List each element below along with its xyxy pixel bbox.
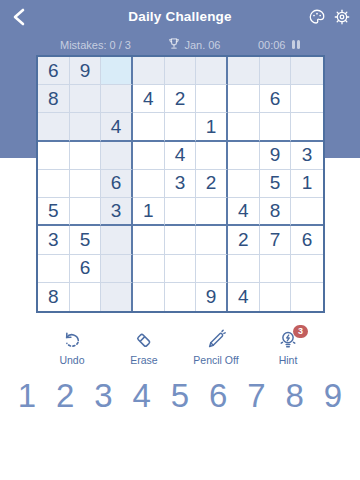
- settings-button[interactable]: [333, 8, 351, 26]
- cell-r9c6[interactable]: 9: [196, 283, 228, 311]
- cell-r1c1[interactable]: 6: [38, 57, 70, 85]
- cell-r6c6[interactable]: [196, 198, 228, 226]
- numpad-7[interactable]: 7: [240, 376, 274, 416]
- cell-r7c1[interactable]: 3: [38, 226, 70, 254]
- cell-r1c9[interactable]: [291, 57, 323, 85]
- cell-r5c1[interactable]: [38, 170, 70, 198]
- cell-r9c5[interactable]: [165, 283, 197, 311]
- page-title: Daily Challenge: [0, 9, 360, 24]
- cell-r8c9[interactable]: [291, 255, 323, 283]
- mistakes-counter: Mistakes: 0 / 3: [60, 39, 131, 51]
- cell-r4c5[interactable]: 4: [165, 142, 197, 170]
- cell-r6c1[interactable]: 5: [38, 198, 70, 226]
- cell-r8c3[interactable]: [101, 255, 133, 283]
- sudoku-board: 698426414936325153148352766894: [36, 55, 325, 313]
- cell-r5c5[interactable]: 3: [165, 170, 197, 198]
- cell-r1c6[interactable]: [196, 57, 228, 85]
- cell-r1c7[interactable]: [228, 57, 260, 85]
- cell-r7c9[interactable]: 6: [291, 226, 323, 254]
- numpad-3[interactable]: 3: [87, 376, 121, 416]
- cell-r8c5[interactable]: [165, 255, 197, 283]
- cell-r2c8[interactable]: 6: [260, 85, 292, 113]
- cell-r3c3[interactable]: 4: [101, 113, 133, 141]
- cell-r1c5[interactable]: [165, 57, 197, 85]
- cell-r4c4[interactable]: [133, 142, 165, 170]
- cell-r9c9[interactable]: [291, 283, 323, 311]
- cell-r5c2[interactable]: [70, 170, 102, 198]
- pencil-icon: [205, 329, 227, 351]
- numpad: 123456789: [0, 376, 360, 416]
- timer-group: 00:06: [258, 39, 300, 51]
- numpad-8[interactable]: 8: [278, 376, 312, 416]
- cell-r3c9[interactable]: [291, 113, 323, 141]
- palette-icon: [308, 12, 326, 29]
- status-row: Mistakes: 0 / 3 Jan. 06 00:06: [60, 37, 300, 52]
- cell-r8c8[interactable]: [260, 255, 292, 283]
- undo-icon: [61, 329, 83, 351]
- cell-r2c9[interactable]: [291, 85, 323, 113]
- cell-r8c7[interactable]: [228, 255, 260, 283]
- theme-button[interactable]: [308, 8, 326, 26]
- cell-r3c7[interactable]: [228, 113, 260, 141]
- cell-r2c7[interactable]: [228, 85, 260, 113]
- hint-count-badge: 3: [293, 325, 308, 338]
- cell-r2c6[interactable]: [196, 85, 228, 113]
- cell-r8c2[interactable]: 6: [70, 255, 102, 283]
- cell-r9c3[interactable]: [101, 283, 133, 311]
- cell-r4c7[interactable]: [228, 142, 260, 170]
- numpad-2[interactable]: 2: [48, 376, 82, 416]
- trophy-icon: [168, 37, 180, 52]
- numpad-6[interactable]: 6: [201, 376, 235, 416]
- cell-r1c3[interactable]: [101, 57, 133, 85]
- cell-r7c7[interactable]: 2: [228, 226, 260, 254]
- toolbar: Undo Erase Pencil Off: [36, 329, 324, 369]
- top-bar: Daily Challenge: [0, 0, 360, 32]
- pause-button[interactable]: [292, 40, 300, 49]
- cell-r3c2[interactable]: [70, 113, 102, 141]
- cell-r7c6[interactable]: [196, 226, 228, 254]
- pencil-toggle-button[interactable]: Pencil Off: [180, 329, 252, 369]
- cell-r3c4[interactable]: [133, 113, 165, 141]
- cell-r6c2[interactable]: [70, 198, 102, 226]
- cell-r5c4[interactable]: [133, 170, 165, 198]
- cell-r6c5[interactable]: [165, 198, 197, 226]
- cell-r3c8[interactable]: [260, 113, 292, 141]
- cell-r1c4[interactable]: [133, 57, 165, 85]
- daily-date: Jan. 06: [168, 37, 220, 52]
- eraser-icon: [133, 329, 155, 351]
- cell-r9c7[interactable]: 4: [228, 283, 260, 311]
- cell-r6c7[interactable]: 4: [228, 198, 260, 226]
- cell-r2c3[interactable]: [101, 85, 133, 113]
- cell-r6c4[interactable]: 1: [133, 198, 165, 226]
- cell-r8c6[interactable]: [196, 255, 228, 283]
- cell-r4c3[interactable]: [101, 142, 133, 170]
- date-label: Jan. 06: [184, 39, 220, 51]
- cell-r4c1[interactable]: [38, 142, 70, 170]
- cell-r1c2[interactable]: 9: [70, 57, 102, 85]
- cell-r8c1[interactable]: [38, 255, 70, 283]
- numpad-5[interactable]: 5: [163, 376, 197, 416]
- cell-r2c2[interactable]: [70, 85, 102, 113]
- mistakes-label: Mistakes: 0 / 3: [60, 39, 131, 51]
- undo-button[interactable]: Undo: [36, 329, 108, 369]
- hint-label: Hint: [279, 354, 298, 366]
- hint-button[interactable]: 3 Hint: [252, 329, 324, 369]
- numpad-4[interactable]: 4: [125, 376, 159, 416]
- cell-r4c6[interactable]: [196, 142, 228, 170]
- cell-r9c8[interactable]: [260, 283, 292, 311]
- cell-r6c9[interactable]: [291, 198, 323, 226]
- cell-r4c2[interactable]: [70, 142, 102, 170]
- cell-r5c6[interactable]: 2: [196, 170, 228, 198]
- cell-r8c4[interactable]: [133, 255, 165, 283]
- gear-icon: [333, 12, 351, 29]
- cell-r2c4[interactable]: 4: [133, 85, 165, 113]
- erase-button[interactable]: Erase: [108, 329, 180, 369]
- cell-r9c1[interactable]: 8: [38, 283, 70, 311]
- cell-r7c2[interactable]: 5: [70, 226, 102, 254]
- cell-r3c1[interactable]: [38, 113, 70, 141]
- cell-r2c1[interactable]: 8: [38, 85, 70, 113]
- undo-label: Undo: [59, 354, 84, 366]
- cell-r9c4[interactable]: [133, 283, 165, 311]
- cell-r2c5[interactable]: 2: [165, 85, 197, 113]
- cell-r7c8[interactable]: 7: [260, 226, 292, 254]
- cell-r4c8[interactable]: 9: [260, 142, 292, 170]
- cell-r3c5[interactable]: [165, 113, 197, 141]
- cell-r4c9[interactable]: 3: [291, 142, 323, 170]
- cell-r5c3[interactable]: 6: [101, 170, 133, 198]
- numpad-1[interactable]: 1: [10, 376, 44, 416]
- cell-r7c3[interactable]: [101, 226, 133, 254]
- cell-r5c8[interactable]: 5: [260, 170, 292, 198]
- cell-r6c3[interactable]: 3: [101, 198, 133, 226]
- timer-label: 00:06: [258, 39, 286, 51]
- cell-r7c4[interactable]: [133, 226, 165, 254]
- cell-r9c2[interactable]: [70, 283, 102, 311]
- pencil-label: Pencil Off: [193, 354, 238, 366]
- cell-r5c9[interactable]: 1: [291, 170, 323, 198]
- cell-r5c7[interactable]: [228, 170, 260, 198]
- numpad-9[interactable]: 9: [316, 376, 350, 416]
- erase-label: Erase: [130, 354, 157, 366]
- cell-r3c6[interactable]: 1: [196, 113, 228, 141]
- cell-r6c8[interactable]: 8: [260, 198, 292, 226]
- cell-r1c8[interactable]: [260, 57, 292, 85]
- cell-r7c5[interactable]: [165, 226, 197, 254]
